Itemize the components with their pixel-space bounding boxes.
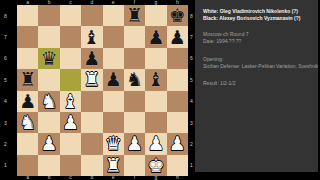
- square-f5: ♞: [124, 69, 145, 90]
- square-e3: [103, 112, 124, 133]
- piece-white-rook: ♜: [83, 70, 100, 89]
- rank-label-3: 3: [4, 112, 17, 133]
- rank-label-5: 5: [4, 69, 17, 90]
- piece-white-knight: ♞: [19, 113, 36, 132]
- piece-white-pawn: ♟: [41, 134, 58, 153]
- piece-white-pawn: ♟: [147, 134, 164, 153]
- square-d5: ♜: [81, 69, 102, 90]
- piece-black-king: ♚: [169, 6, 186, 25]
- black-player-line: Black: Alexey Borisovich Vyzmanavin (?): [203, 15, 318, 22]
- square-a2: [17, 133, 38, 154]
- result-line: Result: 1/2-1/2: [203, 80, 318, 87]
- square-e7: [103, 26, 124, 47]
- rank-label-8: 8: [4, 5, 17, 26]
- file-label-g: g: [145, 175, 166, 180]
- square-c8: [60, 5, 81, 26]
- white-player-line: White: Oleg Vladimirovich Nikolenko (?): [203, 8, 318, 15]
- square-a4: ♟: [17, 91, 38, 112]
- opening-name: Sicilian Defense: Lasker-Pelikan Variati…: [203, 63, 318, 70]
- square-f4: [124, 91, 145, 112]
- square-d8: [81, 5, 102, 26]
- square-f6: [124, 48, 145, 69]
- piece-black-rook: ♜: [19, 70, 36, 89]
- square-c4: ♝: [60, 91, 81, 112]
- square-a8: [17, 5, 38, 26]
- square-h6: [167, 48, 188, 69]
- piece-white-pawn: ♟: [62, 113, 79, 132]
- piece-white-pawn: ♟: [169, 134, 186, 153]
- square-g4: [145, 91, 166, 112]
- piece-black-pawn: ♟: [169, 28, 186, 47]
- square-g7: ♟: [145, 26, 166, 47]
- piece-black-pawn: ♟: [105, 70, 122, 89]
- rank-labels-left: 87654321: [0, 5, 17, 176]
- piece-black-bishop: ♝: [83, 28, 100, 47]
- event-line: Moscow-ch Round 7: [203, 31, 318, 38]
- square-b6: ♛: [38, 48, 59, 69]
- square-a6: [17, 48, 38, 69]
- file-label-d: d: [81, 175, 102, 180]
- square-a1: [17, 155, 38, 176]
- rank-label-1: 1: [4, 155, 17, 176]
- square-a3: ♞: [17, 112, 38, 133]
- square-h7: ♟: [167, 26, 188, 47]
- piece-black-knight: ♞: [126, 70, 143, 89]
- square-d3: [81, 112, 102, 133]
- square-b4: ♞: [38, 91, 59, 112]
- square-e1: ♜: [103, 155, 124, 176]
- rank-label-7: 7: [4, 26, 17, 47]
- square-d7: ♝: [81, 26, 102, 47]
- rank-label-4: 4: [4, 91, 17, 112]
- square-b1: [38, 155, 59, 176]
- square-g1: ♚: [145, 155, 166, 176]
- square-b3: [38, 112, 59, 133]
- square-c2: [60, 133, 81, 154]
- square-b2: ♟: [38, 133, 59, 154]
- piece-white-rook: ♜: [105, 156, 122, 175]
- square-c1: [60, 155, 81, 176]
- square-d4: [81, 91, 102, 112]
- rank-label-2: 2: [4, 133, 17, 154]
- piece-black-pawn: ♟: [147, 28, 164, 47]
- game-info-panel: White: Oleg Vladimirovich Nikolenko (?) …: [195, 0, 318, 172]
- rank-labels-right: 87654321: [188, 5, 195, 176]
- rank-label-6: 6: [4, 48, 17, 69]
- square-e6: [103, 48, 124, 69]
- chess-board: ♜♚♝♟♟♛♟♜♜♟♞♝♟♞♝♞♟♟♛♟♟♟♜♚: [17, 5, 188, 176]
- piece-white-pawn: ♟: [126, 134, 143, 153]
- square-b7: [38, 26, 59, 47]
- piece-black-pawn: ♟: [19, 92, 36, 111]
- file-labels-bottom: abcdefgh: [17, 175, 188, 180]
- square-d1: [81, 155, 102, 176]
- piece-black-rook: ♜: [126, 6, 143, 25]
- file-label-c: c: [60, 175, 81, 180]
- file-label-b: b: [38, 175, 59, 180]
- date-line: Date: 1994.??.??: [203, 38, 318, 45]
- opening-label: Opening:: [203, 56, 318, 63]
- piece-white-queen: ♛: [105, 134, 122, 153]
- square-e5: ♟: [103, 69, 124, 90]
- piece-black-pawn: ♟: [83, 49, 100, 68]
- file-label-h: h: [167, 175, 188, 180]
- piece-white-king: ♚: [147, 156, 164, 175]
- square-g6: [145, 48, 166, 69]
- square-f2: ♟: [124, 133, 145, 154]
- square-c6: [60, 48, 81, 69]
- piece-white-bishop: ♝: [62, 92, 79, 111]
- square-g3: [145, 112, 166, 133]
- piece-black-bishop: ♝: [147, 70, 164, 89]
- square-b8: [38, 5, 59, 26]
- piece-white-knight: ♞: [41, 92, 58, 111]
- piece-black-queen: ♛: [41, 49, 58, 68]
- file-label-a: a: [17, 175, 38, 180]
- square-d2: [81, 133, 102, 154]
- square-h4: [167, 91, 188, 112]
- square-h5: [167, 69, 188, 90]
- video-frame: abcdefgh 87654321 ♜♚♝♟♟♛♟♜♜♟♞♝♟♞♝♞♟♟♛♟♟♟…: [0, 0, 320, 180]
- file-label-f: f: [124, 175, 145, 180]
- square-e8: [103, 5, 124, 26]
- square-e2: ♛: [103, 133, 124, 154]
- square-h1: [167, 155, 188, 176]
- square-f8: ♜: [124, 5, 145, 26]
- square-c7: [60, 26, 81, 47]
- square-c5: [60, 69, 81, 90]
- square-b5: [38, 69, 59, 90]
- square-f1: [124, 155, 145, 176]
- square-a7: [17, 26, 38, 47]
- square-c3: ♟: [60, 112, 81, 133]
- square-h3: [167, 112, 188, 133]
- square-d6: ♟: [81, 48, 102, 69]
- square-f3: [124, 112, 145, 133]
- square-g2: ♟: [145, 133, 166, 154]
- square-g8: [145, 5, 166, 26]
- square-h2: ♟: [167, 133, 188, 154]
- square-h8: ♚: [167, 5, 188, 26]
- square-a5: ♜: [17, 69, 38, 90]
- file-label-e: e: [103, 175, 124, 180]
- square-g5: ♝: [145, 69, 166, 90]
- square-e4: [103, 91, 124, 112]
- square-f7: [124, 26, 145, 47]
